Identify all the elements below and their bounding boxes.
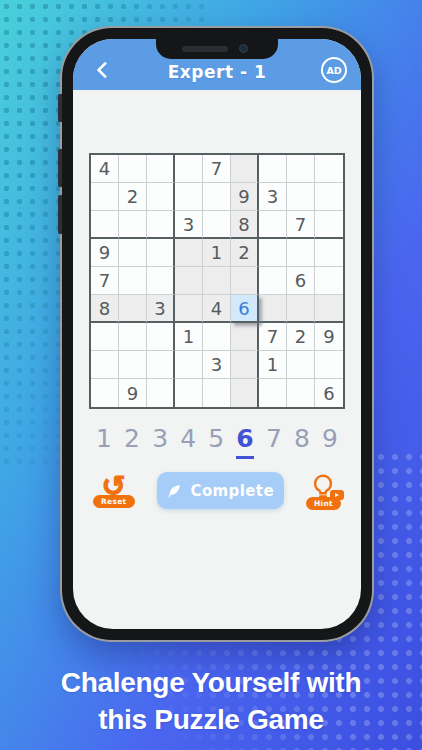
sudoku-cell-r7c7[interactable]: 7 (259, 323, 287, 351)
app-screen: Expert - 1 AD 4729338791276834617293196 … (73, 39, 361, 629)
numpad-digit-6[interactable]: 6 (236, 425, 253, 459)
sudoku-cell-r9c5[interactable] (203, 379, 231, 407)
sudoku-cell-r9c1[interactable] (91, 379, 119, 407)
sudoku-cell-r4c3[interactable] (147, 239, 175, 267)
sudoku-cell-r7c2[interactable] (119, 323, 147, 351)
sudoku-cell-r1c7[interactable] (259, 155, 287, 183)
sudoku-cell-r1c3[interactable] (147, 155, 175, 183)
sudoku-cell-r6c7[interactable] (259, 295, 287, 323)
sudoku-cell-r6c4[interactable] (175, 295, 203, 323)
sudoku-cell-r5c7[interactable] (259, 267, 287, 295)
reset-button[interactable]: ↺ Reset (93, 473, 135, 509)
sudoku-cell-r2c1[interactable] (91, 183, 119, 211)
numpad-digit-5[interactable]: 5 (208, 425, 224, 459)
hint-button[interactable]: Hint (306, 472, 341, 510)
sudoku-cell-r3c5[interactable] (203, 211, 231, 239)
numpad-digit-2[interactable]: 2 (124, 425, 140, 459)
sudoku-cell-r5c2[interactable] (119, 267, 147, 295)
sudoku-cell-r6c3[interactable]: 3 (147, 295, 175, 323)
sudoku-cell-r4c8[interactable] (287, 239, 315, 267)
sudoku-cell-r1c4[interactable] (175, 155, 203, 183)
sudoku-cell-r5c9[interactable] (315, 267, 343, 295)
sudoku-cell-r6c1[interactable]: 8 (91, 295, 119, 323)
sudoku-cell-r1c5[interactable]: 7 (203, 155, 231, 183)
phone-frame: Expert - 1 AD 4729338791276834617293196 … (62, 28, 372, 640)
controls-row: ↺ Reset Complete Hint (93, 472, 341, 510)
sudoku-cell-r8c5[interactable]: 3 (203, 351, 231, 379)
volume-down-button (58, 195, 62, 234)
sudoku-cell-r7c5[interactable] (203, 323, 231, 351)
sudoku-cell-r6c9[interactable] (315, 295, 343, 323)
sudoku-cell-r5c6[interactable] (231, 267, 259, 295)
sudoku-cell-r4c2[interactable] (119, 239, 147, 267)
page-title: Expert - 1 (168, 62, 267, 82)
camera-icon (239, 44, 248, 53)
caption-line2: this Puzzle Game (0, 701, 422, 738)
sudoku-cell-r2c7[interactable]: 3 (259, 183, 287, 211)
sudoku-cell-r1c1[interactable]: 4 (91, 155, 119, 183)
sudoku-cell-r9c2[interactable]: 9 (119, 379, 147, 407)
caption: Chalenge Yourself with this Puzzle Game (0, 664, 422, 738)
sudoku-cell-r4c6[interactable]: 2 (231, 239, 259, 267)
sudoku-cell-r3c4[interactable]: 3 (175, 211, 203, 239)
sudoku-cell-r2c5[interactable] (203, 183, 231, 211)
sudoku-cell-r4c5[interactable]: 1 (203, 239, 231, 267)
volume-up-button (58, 149, 62, 187)
speaker-icon (182, 46, 228, 52)
mute-switch (58, 94, 62, 122)
sudoku-cell-r8c3[interactable] (147, 351, 175, 379)
sudoku-cell-r5c8[interactable]: 6 (287, 267, 315, 295)
sudoku-cell-r1c9[interactable] (315, 155, 343, 183)
sudoku-cell-r9c4[interactable] (175, 379, 203, 407)
sudoku-cell-r5c4[interactable] (175, 267, 203, 295)
sudoku-cell-r7c8[interactable]: 2 (287, 323, 315, 351)
sudoku-cell-r4c9[interactable] (315, 239, 343, 267)
sudoku-cell-r3c8[interactable]: 7 (287, 211, 315, 239)
sudoku-cell-r6c6[interactable]: 6 (231, 295, 259, 323)
sudoku-cell-r5c3[interactable] (147, 267, 175, 295)
sudoku-cell-r4c4[interactable] (175, 239, 203, 267)
sudoku-cell-r2c9[interactable] (315, 183, 343, 211)
complete-button[interactable]: Complete (157, 472, 284, 509)
sudoku-cell-r3c2[interactable] (119, 211, 147, 239)
sudoku-cell-r7c6[interactable] (231, 323, 259, 351)
sudoku-cell-r2c8[interactable] (287, 183, 315, 211)
sudoku-cell-r3c9[interactable] (315, 211, 343, 239)
sudoku-cell-r9c9[interactable]: 6 (315, 379, 343, 407)
reset-label: Reset (93, 495, 135, 508)
sudoku-cell-r6c8[interactable] (287, 295, 315, 323)
caption-line1: Chalenge Yourself with (0, 664, 422, 701)
sudoku-cell-r6c5[interactable]: 4 (203, 295, 231, 323)
numpad-digit-7[interactable]: 7 (266, 425, 282, 459)
sudoku-cell-r2c6[interactable]: 9 (231, 183, 259, 211)
sudoku-cell-r7c3[interactable] (147, 323, 175, 351)
sudoku-cell-r8c7[interactable]: 1 (259, 351, 287, 379)
sudoku-cell-r8c1[interactable] (91, 351, 119, 379)
notch (156, 39, 278, 59)
sudoku-cell-r8c2[interactable] (119, 351, 147, 379)
numpad-digit-9[interactable]: 9 (322, 425, 338, 459)
sudoku-cell-r8c4[interactable] (175, 351, 203, 379)
sudoku-cell-r1c8[interactable] (287, 155, 315, 183)
sudoku-cell-r9c6[interactable] (231, 379, 259, 407)
sudoku-cell-r3c6[interactable]: 8 (231, 211, 259, 239)
sudoku-cell-r3c7[interactable] (259, 211, 287, 239)
numpad-digit-3[interactable]: 3 (152, 425, 168, 459)
numpad-digit-1[interactable]: 1 (96, 425, 112, 459)
sudoku-cell-r4c7[interactable] (259, 239, 287, 267)
numpad-digit-8[interactable]: 8 (294, 425, 310, 459)
sudoku-cell-r2c3[interactable] (147, 183, 175, 211)
numpad: 123456789 (96, 425, 338, 459)
back-button chevron-left-icon[interactable] (95, 62, 111, 78)
sudoku-cell-r2c4[interactable] (175, 183, 203, 211)
sudoku-cell-r8c6[interactable] (231, 351, 259, 379)
sudoku-cell-r2c2[interactable]: 2 (119, 183, 147, 211)
sudoku-cell-r5c1[interactable]: 7 (91, 267, 119, 295)
complete-label: Complete (190, 482, 274, 500)
sudoku-grid: 4729338791276834617293196 (89, 153, 345, 409)
sudoku-cell-r5c5[interactable] (203, 267, 231, 295)
sudoku-cell-r9c3[interactable] (147, 379, 175, 407)
sudoku-cell-r7c4[interactable]: 1 (175, 323, 203, 351)
sudoku-cell-r1c2[interactable] (119, 155, 147, 183)
video-play-badge-icon (330, 490, 344, 500)
sudoku-cell-r8c8[interactable] (287, 351, 315, 379)
sudoku-cell-r7c1[interactable] (91, 323, 119, 351)
sudoku-cell-r4c1[interactable]: 9 (91, 239, 119, 267)
sudoku-cell-r3c1[interactable] (91, 211, 119, 239)
sudoku-cell-r7c9[interactable]: 9 (315, 323, 343, 351)
numpad-digit-4[interactable]: 4 (180, 425, 196, 459)
quill-icon (166, 483, 182, 499)
ad-button[interactable]: AD (321, 57, 347, 83)
sudoku-cell-r9c7[interactable] (259, 379, 287, 407)
sudoku-cell-r6c2[interactable] (119, 295, 147, 323)
sudoku-cell-r9c8[interactable] (287, 379, 315, 407)
sudoku-cell-r1c6[interactable] (231, 155, 259, 183)
sudoku-cell-r8c9[interactable] (315, 351, 343, 379)
sudoku-cell-r3c3[interactable] (147, 211, 175, 239)
